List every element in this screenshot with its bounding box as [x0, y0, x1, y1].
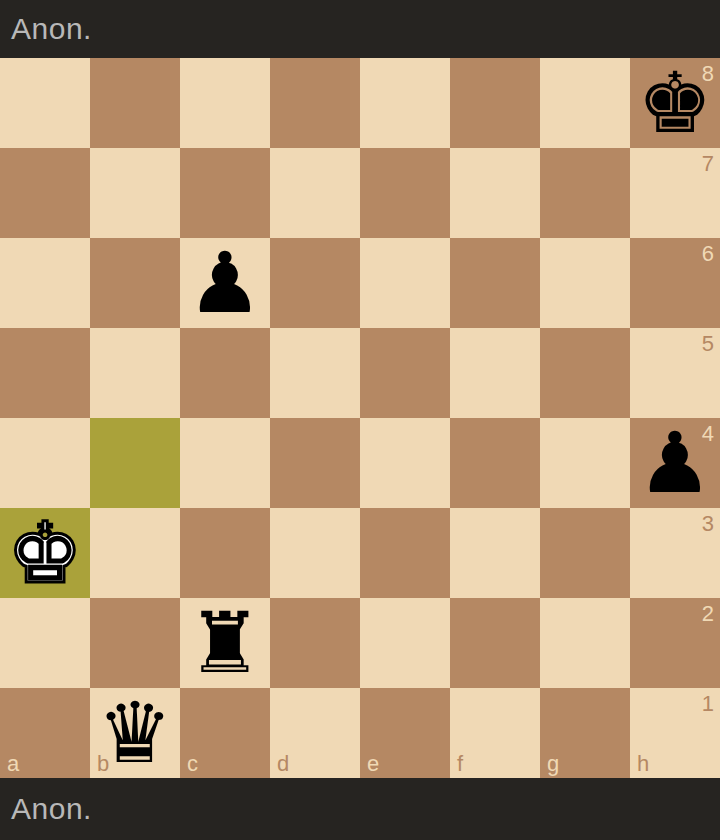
square-f7[interactable]: [450, 148, 540, 238]
square-f3[interactable]: [450, 508, 540, 598]
square-d8[interactable]: [270, 58, 360, 148]
coord-rank-6: 6: [702, 243, 714, 265]
square-b3[interactable]: [90, 508, 180, 598]
square-b4[interactable]: [90, 418, 180, 508]
square-c8[interactable]: [180, 58, 270, 148]
square-f2[interactable]: [450, 598, 540, 688]
bottom-player-name: Anon.: [11, 794, 92, 824]
square-g6[interactable]: [540, 238, 630, 328]
square-a8[interactable]: [0, 58, 90, 148]
square-h2[interactable]: 2: [630, 598, 720, 688]
coord-rank-2: 2: [702, 603, 714, 625]
square-d4[interactable]: [270, 418, 360, 508]
chess-board[interactable]: 8♚7♟654♟♚3♜2ab♛cdefg1h: [0, 58, 720, 778]
square-d1[interactable]: d: [270, 688, 360, 778]
piece-black-pawn[interactable]: ♟: [637, 418, 712, 508]
square-c1[interactable]: c: [180, 688, 270, 778]
coord-file-e: e: [367, 753, 379, 775]
square-a6[interactable]: [0, 238, 90, 328]
square-h7[interactable]: 7: [630, 148, 720, 238]
square-h1[interactable]: 1h: [630, 688, 720, 778]
coord-file-d: d: [277, 753, 289, 775]
top-player-name: Anon.: [11, 14, 92, 44]
coord-rank-1: 1: [702, 693, 714, 715]
square-d2[interactable]: [270, 598, 360, 688]
square-b8[interactable]: [90, 58, 180, 148]
square-g5[interactable]: [540, 328, 630, 418]
square-h4[interactable]: 4♟: [630, 418, 720, 508]
square-e6[interactable]: [360, 238, 450, 328]
square-e1[interactable]: e: [360, 688, 450, 778]
square-f5[interactable]: [450, 328, 540, 418]
square-d3[interactable]: [270, 508, 360, 598]
square-f1[interactable]: f: [450, 688, 540, 778]
square-b7[interactable]: [90, 148, 180, 238]
square-a1[interactable]: a: [0, 688, 90, 778]
square-f6[interactable]: [450, 238, 540, 328]
piece-black-rook[interactable]: ♜: [187, 598, 262, 688]
square-a5[interactable]: [0, 328, 90, 418]
square-c6[interactable]: ♟: [180, 238, 270, 328]
coord-rank-3: 3: [702, 513, 714, 535]
square-c7[interactable]: [180, 148, 270, 238]
coord-file-c: c: [187, 753, 198, 775]
square-g8[interactable]: [540, 58, 630, 148]
coord-rank-5: 5: [702, 333, 714, 355]
square-b2[interactable]: [90, 598, 180, 688]
square-h3[interactable]: 3: [630, 508, 720, 598]
coord-file-f: f: [457, 753, 463, 775]
square-d7[interactable]: [270, 148, 360, 238]
square-a2[interactable]: [0, 598, 90, 688]
square-a4[interactable]: [0, 418, 90, 508]
square-g1[interactable]: g: [540, 688, 630, 778]
square-e4[interactable]: [360, 418, 450, 508]
square-b6[interactable]: [90, 238, 180, 328]
coord-rank-7: 7: [702, 153, 714, 175]
square-a3[interactable]: ♚: [0, 508, 90, 598]
piece-black-king[interactable]: ♚: [637, 58, 712, 148]
square-g3[interactable]: [540, 508, 630, 598]
piece-white-king[interactable]: ♚: [7, 508, 82, 598]
square-c2[interactable]: ♜: [180, 598, 270, 688]
square-b1[interactable]: b♛: [90, 688, 180, 778]
coord-file-h: h: [637, 753, 649, 775]
square-e7[interactable]: [360, 148, 450, 238]
square-g7[interactable]: [540, 148, 630, 238]
bottom-player-bar: Anon.: [0, 778, 720, 840]
square-f4[interactable]: [450, 418, 540, 508]
square-b5[interactable]: [90, 328, 180, 418]
square-e2[interactable]: [360, 598, 450, 688]
square-d6[interactable]: [270, 238, 360, 328]
square-a7[interactable]: [0, 148, 90, 238]
piece-black-pawn[interactable]: ♟: [187, 238, 262, 328]
square-h5[interactable]: 5: [630, 328, 720, 418]
square-g2[interactable]: [540, 598, 630, 688]
square-d5[interactable]: [270, 328, 360, 418]
square-h8[interactable]: 8♚: [630, 58, 720, 148]
square-e5[interactable]: [360, 328, 450, 418]
square-e8[interactable]: [360, 58, 450, 148]
square-f8[interactable]: [450, 58, 540, 148]
square-e3[interactable]: [360, 508, 450, 598]
square-c3[interactable]: [180, 508, 270, 598]
top-player-bar: Anon.: [0, 0, 720, 58]
square-c5[interactable]: [180, 328, 270, 418]
coord-file-g: g: [547, 753, 559, 775]
coord-file-a: a: [7, 753, 19, 775]
square-c4[interactable]: [180, 418, 270, 508]
square-g4[interactable]: [540, 418, 630, 508]
piece-black-queen[interactable]: ♛: [97, 688, 172, 778]
square-h6[interactable]: 6: [630, 238, 720, 328]
